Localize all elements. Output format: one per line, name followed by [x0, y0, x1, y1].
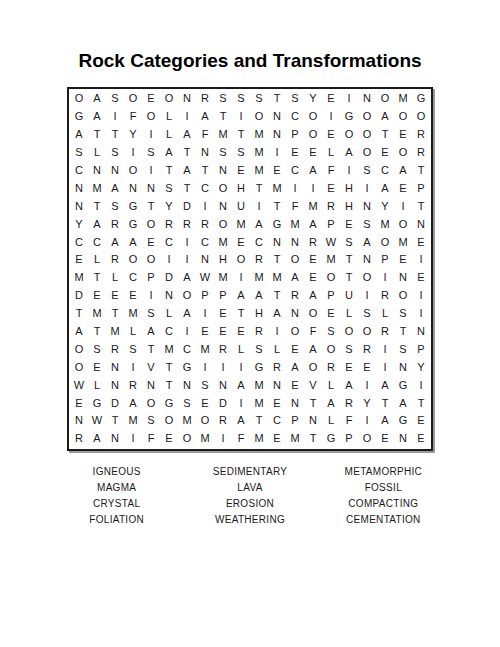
grid-cell[interactable]: A: [304, 340, 322, 358]
grid-cell[interactable]: A: [160, 144, 178, 162]
grid-cell[interactable]: C: [70, 233, 88, 251]
grid-cell[interactable]: O: [160, 90, 178, 108]
grid-cell[interactable]: A: [376, 412, 394, 430]
grid-cell[interactable]: O: [358, 126, 376, 144]
grid-cell[interactable]: G: [250, 358, 268, 376]
grid-cell[interactable]: I: [124, 430, 142, 448]
grid-cell[interactable]: G: [268, 215, 286, 233]
grid-cell[interactable]: Y: [160, 197, 178, 215]
grid-cell[interactable]: O: [142, 394, 160, 412]
grid-cell[interactable]: O: [142, 108, 160, 126]
grid-cell[interactable]: N: [304, 412, 322, 430]
grid-cell[interactable]: R: [106, 215, 124, 233]
grid-cell[interactable]: A: [304, 287, 322, 305]
grid-cell[interactable]: M: [250, 162, 268, 180]
grid-cell[interactable]: I: [268, 144, 286, 162]
grid-cell[interactable]: F: [322, 162, 340, 180]
grid-cell[interactable]: N: [160, 287, 178, 305]
grid-cell[interactable]: G: [322, 430, 340, 448]
grid-cell[interactable]: T: [412, 162, 430, 180]
grid-cell[interactable]: N: [214, 197, 232, 215]
grid-cell[interactable]: P: [286, 412, 304, 430]
grid-cell[interactable]: E: [70, 394, 88, 412]
grid-cell[interactable]: A: [124, 394, 142, 412]
grid-cell[interactable]: A: [304, 162, 322, 180]
grid-cell[interactable]: R: [412, 144, 430, 162]
grid-cell[interactable]: E: [142, 90, 160, 108]
grid-cell[interactable]: E: [268, 162, 286, 180]
grid-cell[interactable]: N: [142, 179, 160, 197]
grid-cell[interactable]: N: [106, 162, 124, 180]
grid-cell[interactable]: I: [142, 162, 160, 180]
grid-cell[interactable]: S: [340, 233, 358, 251]
grid-cell[interactable]: O: [358, 269, 376, 287]
grid-cell[interactable]: T: [268, 251, 286, 269]
grid-cell[interactable]: R: [376, 287, 394, 305]
grid-cell[interactable]: E: [340, 215, 358, 233]
grid-cell[interactable]: A: [178, 269, 196, 287]
grid-cell[interactable]: N: [286, 233, 304, 251]
grid-cell[interactable]: R: [160, 215, 178, 233]
grid-cell[interactable]: E: [412, 269, 430, 287]
grid-cell[interactable]: M: [304, 197, 322, 215]
grid-cell[interactable]: L: [124, 323, 142, 341]
grid-cell[interactable]: O: [178, 430, 196, 448]
grid-cell[interactable]: M: [394, 90, 412, 108]
grid-cell[interactable]: N: [268, 233, 286, 251]
grid-cell[interactable]: N: [358, 251, 376, 269]
grid-cell[interactable]: R: [106, 251, 124, 269]
grid-cell[interactable]: O: [142, 215, 160, 233]
grid-cell[interactable]: T: [268, 197, 286, 215]
grid-cell[interactable]: E: [412, 412, 430, 430]
grid-cell[interactable]: I: [412, 376, 430, 394]
grid-cell[interactable]: I: [106, 108, 124, 126]
grid-cell[interactable]: P: [412, 340, 430, 358]
grid-cell[interactable]: L: [322, 412, 340, 430]
grid-cell[interactable]: S: [196, 376, 214, 394]
grid-cell[interactable]: W: [70, 376, 88, 394]
grid-cell[interactable]: C: [88, 233, 106, 251]
grid-cell[interactable]: A: [286, 358, 304, 376]
grid-cell[interactable]: A: [286, 269, 304, 287]
grid-cell[interactable]: A: [70, 323, 88, 341]
grid-cell[interactable]: R: [214, 340, 232, 358]
grid-cell[interactable]: E: [286, 144, 304, 162]
grid-cell[interactable]: O: [340, 323, 358, 341]
grid-cell[interactable]: M: [160, 340, 178, 358]
grid-cell[interactable]: T: [196, 162, 214, 180]
grid-cell[interactable]: A: [88, 108, 106, 126]
grid-cell[interactable]: T: [106, 305, 124, 323]
grid-cell[interactable]: T: [178, 179, 196, 197]
grid-cell[interactable]: E: [142, 233, 160, 251]
grid-cell[interactable]: E: [322, 126, 340, 144]
grid-cell[interactable]: T: [232, 126, 250, 144]
grid-cell[interactable]: R: [70, 430, 88, 448]
grid-cell[interactable]: E: [394, 251, 412, 269]
grid-cell[interactable]: E: [88, 287, 106, 305]
grid-cell[interactable]: T: [88, 197, 106, 215]
grid-cell[interactable]: T: [106, 126, 124, 144]
grid-cell[interactable]: R: [286, 287, 304, 305]
grid-cell[interactable]: M: [250, 269, 268, 287]
grid-cell[interactable]: T: [214, 108, 232, 126]
grid-cell[interactable]: S: [142, 412, 160, 430]
grid-cell[interactable]: O: [286, 251, 304, 269]
grid-cell[interactable]: A: [268, 305, 286, 323]
grid-cell[interactable]: G: [340, 108, 358, 126]
grid-cell[interactable]: O: [322, 340, 340, 358]
grid-cell[interactable]: S: [250, 340, 268, 358]
grid-cell[interactable]: D: [160, 269, 178, 287]
grid-cell[interactable]: M: [250, 376, 268, 394]
grid-cell[interactable]: I: [322, 108, 340, 126]
grid-cell[interactable]: A: [124, 233, 142, 251]
grid-cell[interactable]: T: [268, 90, 286, 108]
grid-cell[interactable]: E: [358, 358, 376, 376]
grid-cell[interactable]: N: [124, 179, 142, 197]
grid-cell[interactable]: P: [142, 269, 160, 287]
grid-cell[interactable]: S: [232, 90, 250, 108]
grid-cell[interactable]: C: [286, 162, 304, 180]
grid-cell[interactable]: R: [322, 358, 340, 376]
grid-cell[interactable]: L: [106, 269, 124, 287]
grid-cell[interactable]: S: [286, 90, 304, 108]
grid-cell[interactable]: P: [322, 215, 340, 233]
grid-cell[interactable]: S: [232, 144, 250, 162]
grid-cell[interactable]: P: [322, 287, 340, 305]
grid-cell[interactable]: S: [70, 144, 88, 162]
grid-cell[interactable]: Y: [358, 394, 376, 412]
grid-cell[interactable]: C: [160, 323, 178, 341]
grid-cell[interactable]: F: [340, 412, 358, 430]
grid-cell[interactable]: I: [142, 287, 160, 305]
grid-cell[interactable]: P: [196, 287, 214, 305]
grid-cell[interactable]: I: [232, 108, 250, 126]
grid-cell[interactable]: R: [268, 358, 286, 376]
grid-cell[interactable]: I: [304, 179, 322, 197]
grid-cell[interactable]: I: [178, 251, 196, 269]
grid-cell[interactable]: P: [286, 126, 304, 144]
grid-cell[interactable]: S: [214, 90, 232, 108]
grid-cell[interactable]: M: [88, 305, 106, 323]
grid-cell[interactable]: O: [394, 287, 412, 305]
grid-cell[interactable]: T: [160, 358, 178, 376]
grid-cell[interactable]: A: [232, 287, 250, 305]
grid-cell[interactable]: G: [124, 215, 142, 233]
grid-cell[interactable]: I: [232, 269, 250, 287]
grid-cell[interactable]: N: [268, 108, 286, 126]
grid-cell[interactable]: T: [340, 251, 358, 269]
grid-cell[interactable]: I: [358, 376, 376, 394]
grid-cell[interactable]: T: [142, 197, 160, 215]
grid-cell[interactable]: N: [412, 323, 430, 341]
grid-cell[interactable]: M: [70, 269, 88, 287]
grid-cell[interactable]: E: [394, 126, 412, 144]
grid-cell[interactable]: W: [196, 269, 214, 287]
grid-cell[interactable]: U: [232, 197, 250, 215]
grid-cell[interactable]: T: [178, 144, 196, 162]
grid-cell[interactable]: O: [394, 144, 412, 162]
grid-cell[interactable]: L: [232, 340, 250, 358]
grid-cell[interactable]: E: [376, 430, 394, 448]
grid-cell[interactable]: A: [394, 162, 412, 180]
grid-cell[interactable]: I: [358, 412, 376, 430]
grid-cell[interactable]: I: [196, 197, 214, 215]
grid-cell[interactable]: N: [394, 358, 412, 376]
grid-cell[interactable]: A: [322, 394, 340, 412]
grid-cell[interactable]: C: [196, 233, 214, 251]
grid-cell[interactable]: R: [340, 394, 358, 412]
grid-cell[interactable]: C: [196, 179, 214, 197]
grid-cell[interactable]: E: [322, 90, 340, 108]
grid-cell[interactable]: I: [358, 179, 376, 197]
grid-cell[interactable]: E: [322, 179, 340, 197]
grid-cell[interactable]: O: [196, 412, 214, 430]
grid-cell[interactable]: E: [196, 394, 214, 412]
grid-cell[interactable]: I: [214, 358, 232, 376]
grid-cell[interactable]: O: [70, 340, 88, 358]
grid-cell[interactable]: A: [196, 108, 214, 126]
grid-cell[interactable]: R: [250, 251, 268, 269]
grid-cell[interactable]: S: [106, 144, 124, 162]
grid-cell[interactable]: L: [88, 251, 106, 269]
grid-cell[interactable]: C: [286, 108, 304, 126]
grid-cell[interactable]: I: [142, 126, 160, 144]
grid-cell[interactable]: W: [88, 412, 106, 430]
grid-cell[interactable]: S: [124, 340, 142, 358]
grid-cell[interactable]: E: [322, 305, 340, 323]
grid-cell[interactable]: N: [412, 215, 430, 233]
grid-cell[interactable]: O: [124, 251, 142, 269]
grid-cell[interactable]: A: [232, 376, 250, 394]
grid-cell[interactable]: T: [250, 412, 268, 430]
grid-cell[interactable]: M: [196, 340, 214, 358]
grid-cell[interactable]: I: [232, 394, 250, 412]
grid-cell[interactable]: O: [214, 215, 232, 233]
grid-cell[interactable]: H: [340, 197, 358, 215]
grid-cell[interactable]: R: [196, 215, 214, 233]
grid-cell[interactable]: T: [376, 126, 394, 144]
grid-cell[interactable]: R: [214, 412, 232, 430]
grid-cell[interactable]: A: [178, 305, 196, 323]
grid-cell[interactable]: O: [358, 108, 376, 126]
grid-cell[interactable]: H: [250, 305, 268, 323]
grid-cell[interactable]: N: [88, 162, 106, 180]
grid-cell[interactable]: A: [250, 287, 268, 305]
grid-cell[interactable]: R: [196, 90, 214, 108]
grid-cell[interactable]: I: [340, 90, 358, 108]
grid-cell[interactable]: T: [88, 323, 106, 341]
grid-cell[interactable]: T: [160, 162, 178, 180]
grid-cell[interactable]: S: [394, 340, 412, 358]
grid-cell[interactable]: E: [214, 305, 232, 323]
grid-cell[interactable]: T: [340, 269, 358, 287]
grid-cell[interactable]: S: [142, 144, 160, 162]
grid-cell[interactable]: M: [124, 305, 142, 323]
grid-cell[interactable]: C: [124, 269, 142, 287]
grid-cell[interactable]: I: [178, 233, 196, 251]
grid-cell[interactable]: T: [232, 305, 250, 323]
grid-cell[interactable]: E: [160, 430, 178, 448]
grid-cell[interactable]: R: [178, 215, 196, 233]
grid-cell[interactable]: S: [214, 144, 232, 162]
grid-cell[interactable]: E: [268, 430, 286, 448]
grid-cell[interactable]: A: [340, 144, 358, 162]
grid-cell[interactable]: O: [304, 108, 322, 126]
grid-cell[interactable]: S: [88, 340, 106, 358]
grid-cell[interactable]: N: [106, 358, 124, 376]
grid-cell[interactable]: O: [358, 144, 376, 162]
grid-cell[interactable]: O: [358, 430, 376, 448]
grid-cell[interactable]: T: [142, 340, 160, 358]
grid-cell[interactable]: M: [250, 126, 268, 144]
grid-cell[interactable]: N: [70, 412, 88, 430]
grid-cell[interactable]: A: [70, 126, 88, 144]
grid-cell[interactable]: O: [214, 179, 232, 197]
grid-cell[interactable]: L: [268, 340, 286, 358]
grid-cell[interactable]: M: [268, 269, 286, 287]
grid-cell[interactable]: O: [304, 305, 322, 323]
grid-cell[interactable]: O: [394, 108, 412, 126]
grid-cell[interactable]: T: [88, 126, 106, 144]
grid-cell[interactable]: A: [178, 126, 196, 144]
grid-cell[interactable]: M: [250, 144, 268, 162]
grid-cell[interactable]: I: [412, 287, 430, 305]
grid-cell[interactable]: L: [88, 144, 106, 162]
grid-cell[interactable]: D: [178, 197, 196, 215]
grid-cell[interactable]: N: [214, 376, 232, 394]
grid-cell[interactable]: T: [268, 287, 286, 305]
grid-cell[interactable]: E: [214, 323, 232, 341]
grid-cell[interactable]: N: [70, 179, 88, 197]
grid-cell[interactable]: M: [178, 412, 196, 430]
grid-cell[interactable]: L: [88, 376, 106, 394]
grid-cell[interactable]: V: [142, 358, 160, 376]
grid-cell[interactable]: L: [376, 305, 394, 323]
grid-cell[interactable]: E: [196, 323, 214, 341]
grid-cell[interactable]: M: [214, 233, 232, 251]
grid-cell[interactable]: I: [124, 144, 142, 162]
grid-cell[interactable]: H: [232, 179, 250, 197]
grid-cell[interactable]: T: [88, 269, 106, 287]
grid-cell[interactable]: A: [142, 323, 160, 341]
grid-cell[interactable]: L: [160, 108, 178, 126]
grid-cell[interactable]: T: [394, 323, 412, 341]
grid-cell[interactable]: S: [358, 305, 376, 323]
grid-cell[interactable]: P: [412, 179, 430, 197]
grid-cell[interactable]: A: [394, 394, 412, 412]
grid-cell[interactable]: T: [160, 376, 178, 394]
grid-cell[interactable]: W: [322, 233, 340, 251]
grid-cell[interactable]: M: [286, 215, 304, 233]
grid-cell[interactable]: D: [214, 394, 232, 412]
grid-cell[interactable]: N: [178, 90, 196, 108]
grid-cell[interactable]: F: [232, 430, 250, 448]
grid-cell[interactable]: I: [286, 179, 304, 197]
grid-cell[interactable]: M: [268, 179, 286, 197]
grid-cell[interactable]: P: [340, 430, 358, 448]
grid-cell[interactable]: E: [304, 251, 322, 269]
grid-cell[interactable]: Y: [412, 358, 430, 376]
grid-cell[interactable]: O: [142, 251, 160, 269]
grid-cell[interactable]: R: [124, 376, 142, 394]
grid-cell[interactable]: D: [70, 287, 88, 305]
grid-cell[interactable]: S: [106, 197, 124, 215]
grid-cell[interactable]: T: [412, 394, 430, 412]
grid-cell[interactable]: G: [412, 90, 430, 108]
grid-cell[interactable]: A: [106, 233, 124, 251]
grid-cell[interactable]: A: [88, 215, 106, 233]
grid-cell[interactable]: E: [268, 394, 286, 412]
grid-cell[interactable]: G: [88, 394, 106, 412]
grid-cell[interactable]: F: [124, 108, 142, 126]
grid-cell[interactable]: N: [394, 269, 412, 287]
grid-cell[interactable]: M: [106, 323, 124, 341]
grid-cell[interactable]: T: [106, 412, 124, 430]
grid-cell[interactable]: N: [106, 430, 124, 448]
grid-cell[interactable]: S: [178, 394, 196, 412]
grid-cell[interactable]: T: [376, 394, 394, 412]
grid-cell[interactable]: I: [376, 269, 394, 287]
grid-cell[interactable]: F: [304, 323, 322, 341]
grid-cell[interactable]: I: [214, 430, 232, 448]
grid-cell[interactable]: I: [376, 358, 394, 376]
grid-cell[interactable]: L: [340, 305, 358, 323]
grid-cell[interactable]: E: [88, 358, 106, 376]
grid-cell[interactable]: E: [412, 233, 430, 251]
grid-cell[interactable]: I: [412, 305, 430, 323]
grid-cell[interactable]: M: [88, 179, 106, 197]
grid-cell[interactable]: S: [358, 215, 376, 233]
grid-cell[interactable]: A: [340, 376, 358, 394]
grid-cell[interactable]: O: [250, 108, 268, 126]
grid-cell[interactable]: Y: [70, 215, 88, 233]
grid-cell[interactable]: A: [376, 108, 394, 126]
grid-cell[interactable]: C: [70, 162, 88, 180]
grid-cell[interactable]: I: [124, 358, 142, 376]
grid-cell[interactable]: N: [286, 305, 304, 323]
grid-cell[interactable]: N: [196, 144, 214, 162]
grid-cell[interactable]: N: [106, 376, 124, 394]
grid-cell[interactable]: O: [322, 269, 340, 287]
grid-cell[interactable]: T: [304, 394, 322, 412]
grid-cell[interactable]: O: [124, 90, 142, 108]
grid-cell[interactable]: R: [106, 340, 124, 358]
grid-cell[interactable]: I: [340, 162, 358, 180]
grid-cell[interactable]: O: [70, 358, 88, 376]
grid-cell[interactable]: F: [196, 126, 214, 144]
grid-cell[interactable]: I: [178, 323, 196, 341]
grid-cell[interactable]: N: [178, 376, 196, 394]
grid-cell[interactable]: L: [322, 376, 340, 394]
grid-cell[interactable]: A: [88, 430, 106, 448]
grid-cell[interactable]: I: [160, 251, 178, 269]
grid-cell[interactable]: G: [394, 376, 412, 394]
grid-cell[interactable]: L: [160, 305, 178, 323]
grid-cell[interactable]: E: [106, 287, 124, 305]
grid-cell[interactable]: V: [304, 376, 322, 394]
grid-cell[interactable]: O: [286, 323, 304, 341]
grid-cell[interactable]: P: [214, 287, 232, 305]
grid-cell[interactable]: R: [376, 323, 394, 341]
grid-cell[interactable]: C: [268, 412, 286, 430]
grid-cell[interactable]: A: [304, 215, 322, 233]
grid-cell[interactable]: I: [178, 108, 196, 126]
grid-cell[interactable]: N: [268, 126, 286, 144]
grid-cell[interactable]: F: [286, 197, 304, 215]
